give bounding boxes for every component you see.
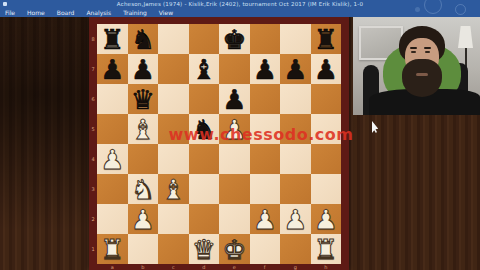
square-h8[interactable]: ♜ xyxy=(311,24,342,54)
rank-labels: 87654321 xyxy=(89,24,97,264)
square-h7[interactable]: ♟ xyxy=(311,54,342,84)
square-a5[interactable] xyxy=(97,114,128,144)
streamer-beard xyxy=(402,59,442,97)
menu-item-file[interactable]: File xyxy=(2,8,18,17)
white-rook[interactable]: ♜ xyxy=(311,234,342,264)
black-knight[interactable]: ♞ xyxy=(128,24,159,54)
streamer-eye xyxy=(425,51,430,53)
square-b4[interactable] xyxy=(128,144,159,174)
streamer-eyebrow xyxy=(424,47,431,49)
square-e8[interactable]: ♚ xyxy=(219,24,250,54)
square-h1[interactable]: ♜ xyxy=(311,234,342,264)
menu-item-view[interactable]: View xyxy=(156,8,176,17)
menu-item-analysis[interactable]: Analysis xyxy=(83,8,114,17)
square-f4[interactable] xyxy=(250,144,281,174)
square-a3[interactable] xyxy=(97,174,128,204)
white-pawn[interactable]: ♟ xyxy=(219,114,250,144)
circle-decoration-icon xyxy=(455,4,466,15)
square-g3[interactable] xyxy=(280,174,311,204)
square-e3[interactable] xyxy=(219,174,250,204)
square-d5[interactable]: ♞ xyxy=(189,114,220,144)
video-frame: Acheson,James (1974) - Kislik,Erik (2402… xyxy=(0,0,480,270)
black-rook[interactable]: ♜ xyxy=(97,24,128,54)
square-e6[interactable]: ♟ xyxy=(219,84,250,114)
black-pawn[interactable]: ♟ xyxy=(219,84,250,114)
square-a4[interactable]: ♟ xyxy=(97,144,128,174)
streamer-eyebrow xyxy=(410,47,417,49)
square-d3[interactable] xyxy=(189,174,220,204)
black-rook[interactable]: ♜ xyxy=(311,24,342,54)
square-h3[interactable] xyxy=(311,174,342,204)
square-d1[interactable]: ♛ xyxy=(189,234,220,264)
black-queen[interactable]: ♛ xyxy=(128,84,159,114)
square-g4[interactable] xyxy=(280,144,311,174)
square-g2[interactable]: ♟ xyxy=(280,204,311,234)
square-e7[interactable] xyxy=(219,54,250,84)
square-a6[interactable] xyxy=(97,84,128,114)
square-g6[interactable] xyxy=(280,84,311,114)
rank-label-3: 3 xyxy=(89,174,97,204)
menu-item-training[interactable]: Training xyxy=(120,8,150,17)
square-e4[interactable] xyxy=(219,144,250,174)
square-a7[interactable]: ♟ xyxy=(97,54,128,84)
rank-label-6: 6 xyxy=(89,84,97,114)
square-b8[interactable]: ♞ xyxy=(128,24,159,54)
chess-board[interactable]: ♜♞♚♜♟♟♝♟♟♟♛♟♝♞♟♟♞♝♟♟♟♟♜♛♚♜ xyxy=(97,24,341,264)
rank-label-8: 8 xyxy=(89,24,97,54)
square-c7[interactable] xyxy=(158,54,189,84)
square-f1[interactable] xyxy=(250,234,281,264)
circle-decoration-icon xyxy=(424,0,442,14)
file-label-f: f xyxy=(250,264,281,270)
app-title-menu-bar: Acheson,James (1974) - Kislik,Erik (2402… xyxy=(0,0,480,17)
square-h5[interactable] xyxy=(311,114,342,144)
square-g8[interactable] xyxy=(280,24,311,54)
black-pawn[interactable]: ♟ xyxy=(311,54,342,84)
file-label-g: g xyxy=(280,264,311,270)
file-label-c: c xyxy=(158,264,189,270)
black-king[interactable]: ♚ xyxy=(219,24,250,54)
square-d8[interactable] xyxy=(189,24,220,54)
square-g5[interactable] xyxy=(280,114,311,144)
square-a2[interactable] xyxy=(97,204,128,234)
black-pawn[interactable]: ♟ xyxy=(128,54,159,84)
square-c1[interactable] xyxy=(158,234,189,264)
white-pawn[interactable]: ♟ xyxy=(311,204,342,234)
rank-label-2: 2 xyxy=(89,204,97,234)
square-b3[interactable]: ♞ xyxy=(128,174,159,204)
file-label-b: b xyxy=(128,264,159,270)
square-c4[interactable] xyxy=(158,144,189,174)
square-a1[interactable]: ♜ xyxy=(97,234,128,264)
black-pawn[interactable]: ♟ xyxy=(250,54,281,84)
square-d4[interactable] xyxy=(189,144,220,174)
menu-item-home[interactable]: Home xyxy=(24,8,48,17)
square-f5[interactable] xyxy=(250,114,281,144)
square-d7[interactable]: ♝ xyxy=(189,54,220,84)
square-d6[interactable] xyxy=(189,84,220,114)
square-f6[interactable] xyxy=(250,84,281,114)
black-knight[interactable]: ♞ xyxy=(189,114,220,144)
white-knight[interactable]: ♞ xyxy=(128,174,159,204)
square-c8[interactable] xyxy=(158,24,189,54)
white-pawn[interactable]: ♟ xyxy=(128,204,159,234)
menu-bar: FileHomeBoardAnalysisTrainingView xyxy=(2,8,176,17)
square-f8[interactable] xyxy=(250,24,281,54)
white-rook[interactable]: ♜ xyxy=(97,234,128,264)
square-e1[interactable]: ♚ xyxy=(219,234,250,264)
file-labels: abcdefgh xyxy=(97,264,341,270)
black-pawn[interactable]: ♟ xyxy=(280,54,311,84)
square-f3[interactable] xyxy=(250,174,281,204)
streamer-mouth xyxy=(416,73,428,76)
white-pawn[interactable]: ♟ xyxy=(250,204,281,234)
square-c2[interactable] xyxy=(158,204,189,234)
square-f7[interactable]: ♟ xyxy=(250,54,281,84)
square-g7[interactable]: ♟ xyxy=(280,54,311,84)
square-c5[interactable] xyxy=(158,114,189,144)
square-f2[interactable]: ♟ xyxy=(250,204,281,234)
white-king[interactable]: ♚ xyxy=(219,234,250,264)
webcam-feed xyxy=(353,17,480,115)
chess-board-frame: 87654321 abcdefgh ♜♞♚♜♟♟♝♟♟♟♛♟♝♞♟♟♞♝♟♟♟♟… xyxy=(89,17,349,270)
square-c6[interactable] xyxy=(158,84,189,114)
square-d2[interactable] xyxy=(189,204,220,234)
square-a8[interactable]: ♜ xyxy=(97,24,128,54)
game-title: Acheson,James (1974) - Kislik,Erik (2402… xyxy=(0,1,480,8)
streamer-eye xyxy=(411,51,416,53)
rank-label-5: 5 xyxy=(89,114,97,144)
square-e5[interactable]: ♟ xyxy=(219,114,250,144)
white-bishop[interactable]: ♝ xyxy=(128,114,159,144)
white-queen[interactable]: ♛ xyxy=(189,234,220,264)
square-h6[interactable] xyxy=(311,84,342,114)
square-b6[interactable]: ♛ xyxy=(128,84,159,114)
square-b1[interactable] xyxy=(128,234,159,264)
white-pawn[interactable]: ♟ xyxy=(280,204,311,234)
black-pawn[interactable]: ♟ xyxy=(97,54,128,84)
rank-label-4: 4 xyxy=(89,144,97,174)
square-h4[interactable] xyxy=(311,144,342,174)
menu-item-board[interactable]: Board xyxy=(54,8,78,17)
square-b2[interactable]: ♟ xyxy=(128,204,159,234)
rank-label-7: 7 xyxy=(89,54,97,84)
square-h2[interactable]: ♟ xyxy=(311,204,342,234)
square-c3[interactable]: ♝ xyxy=(158,174,189,204)
square-b7[interactable]: ♟ xyxy=(128,54,159,84)
rank-label-1: 1 xyxy=(89,234,97,264)
white-pawn[interactable]: ♟ xyxy=(97,144,128,174)
square-b5[interactable]: ♝ xyxy=(128,114,159,144)
square-g1[interactable] xyxy=(280,234,311,264)
white-bishop[interactable]: ♝ xyxy=(158,174,189,204)
black-bishop[interactable]: ♝ xyxy=(189,54,220,84)
square-e2[interactable] xyxy=(219,204,250,234)
circle-decoration-icon xyxy=(415,7,420,12)
